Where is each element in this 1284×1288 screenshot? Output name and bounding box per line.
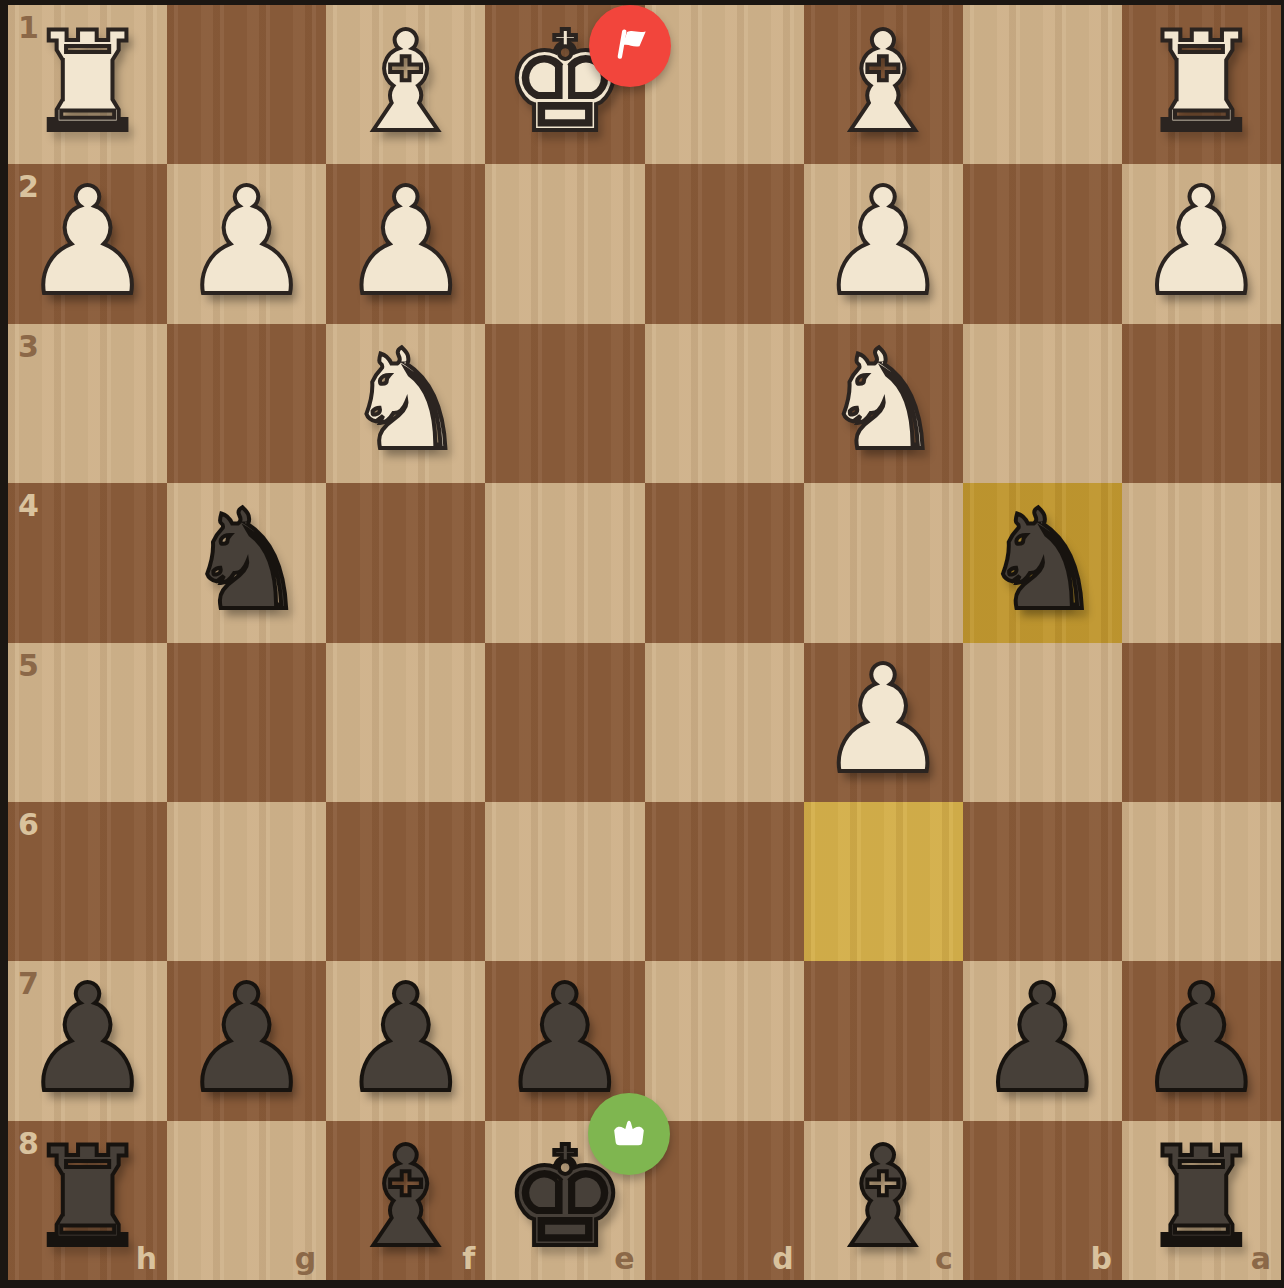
square-b7[interactable]: ♟ xyxy=(963,961,1122,1120)
square-d4[interactable] xyxy=(645,483,804,642)
square-g2[interactable]: ♟ xyxy=(167,164,326,323)
white-pawn-a2[interactable]: ♟ xyxy=(1135,168,1268,316)
square-g8[interactable]: g xyxy=(167,1121,326,1280)
black-knight-g4[interactable]: ♞ xyxy=(185,492,309,630)
square-f3[interactable]: ♞ xyxy=(326,324,485,483)
square-f7[interactable]: ♟ xyxy=(326,961,485,1120)
board-grid: 1♜♝♚♝♜2♟♟♟♟♟3♞♞4♞♞5♟67♟♟♟♟♟♟8h♜gf♝e♚dc♝b… xyxy=(8,5,1281,1280)
square-a1[interactable]: ♜ xyxy=(1122,5,1281,164)
square-a3[interactable] xyxy=(1122,324,1281,483)
square-f2[interactable]: ♟ xyxy=(326,164,485,323)
square-h1[interactable]: 1♜ xyxy=(8,5,167,164)
white-flag-icon xyxy=(607,23,653,69)
rank-label-6: 6 xyxy=(18,810,39,840)
square-h8[interactable]: 8h♜ xyxy=(8,1121,167,1280)
square-b5[interactable] xyxy=(963,643,1122,802)
square-g5[interactable] xyxy=(167,643,326,802)
file-label-g: g xyxy=(295,1244,316,1274)
rank-label-3: 3 xyxy=(18,332,39,362)
white-pawn-g2[interactable]: ♟ xyxy=(180,168,313,316)
square-d5[interactable] xyxy=(645,643,804,802)
file-label-b: b xyxy=(1090,1244,1111,1274)
white-pawn-h2[interactable]: ♟ xyxy=(21,168,154,316)
square-h3[interactable]: 3 xyxy=(8,324,167,483)
square-a4[interactable] xyxy=(1122,483,1281,642)
square-c5[interactable]: ♟ xyxy=(804,643,963,802)
rank-label-4: 4 xyxy=(18,491,39,521)
black-rook-a8[interactable]: ♜ xyxy=(1140,1129,1264,1267)
square-g1[interactable] xyxy=(167,5,326,164)
square-f8[interactable]: f♝ xyxy=(326,1121,485,1280)
white-knight-c3[interactable]: ♞ xyxy=(821,332,945,470)
square-h6[interactable]: 6 xyxy=(8,802,167,961)
white-bishop-c1[interactable]: ♝ xyxy=(821,14,945,152)
square-b8[interactable]: b xyxy=(963,1121,1122,1280)
square-g3[interactable] xyxy=(167,324,326,483)
square-g4[interactable]: ♞ xyxy=(167,483,326,642)
square-e5[interactable] xyxy=(485,643,644,802)
square-c4[interactable] xyxy=(804,483,963,642)
square-c3[interactable]: ♞ xyxy=(804,324,963,483)
black-bishop-c8[interactable]: ♝ xyxy=(821,1129,945,1267)
square-c7[interactable] xyxy=(804,961,963,1120)
black-knight-b4[interactable]: ♞ xyxy=(980,492,1104,630)
square-f5[interactable] xyxy=(326,643,485,802)
white-crown-icon xyxy=(605,1110,653,1158)
square-e4[interactable] xyxy=(485,483,644,642)
square-b4[interactable]: ♞ xyxy=(963,483,1122,642)
black-bishop-f8[interactable]: ♝ xyxy=(344,1129,468,1267)
square-c2[interactable]: ♟ xyxy=(804,164,963,323)
square-b1[interactable] xyxy=(963,5,1122,164)
black-pawn-h7[interactable]: ♟ xyxy=(21,965,154,1113)
square-a5[interactable] xyxy=(1122,643,1281,802)
square-f6[interactable] xyxy=(326,802,485,961)
square-e3[interactable] xyxy=(485,324,644,483)
square-g6[interactable] xyxy=(167,802,326,961)
black-pawn-a7[interactable]: ♟ xyxy=(1135,965,1268,1113)
square-b3[interactable] xyxy=(963,324,1122,483)
square-a2[interactable]: ♟ xyxy=(1122,164,1281,323)
square-h4[interactable]: 4 xyxy=(8,483,167,642)
square-h7[interactable]: 7♟ xyxy=(8,961,167,1120)
square-d3[interactable] xyxy=(645,324,804,483)
square-c8[interactable]: c♝ xyxy=(804,1121,963,1280)
black-pawn-g7[interactable]: ♟ xyxy=(180,965,313,1113)
chess-board: 1♜♝♚♝♜2♟♟♟♟♟3♞♞4♞♞5♟67♟♟♟♟♟♟8h♜gf♝e♚dc♝b… xyxy=(0,0,1284,1288)
white-knight-f3[interactable]: ♞ xyxy=(344,332,468,470)
black-rook-h8[interactable]: ♜ xyxy=(26,1129,150,1267)
square-e2[interactable] xyxy=(485,164,644,323)
black-pawn-f7[interactable]: ♟ xyxy=(339,965,472,1113)
file-label-d: d xyxy=(772,1244,793,1274)
white-rook-a1[interactable]: ♜ xyxy=(1140,14,1264,152)
square-b2[interactable] xyxy=(963,164,1122,323)
square-a7[interactable]: ♟ xyxy=(1122,961,1281,1120)
square-d7[interactable] xyxy=(645,961,804,1120)
white-bishop-f1[interactable]: ♝ xyxy=(344,14,468,152)
square-g7[interactable]: ♟ xyxy=(167,961,326,1120)
square-d1[interactable] xyxy=(645,5,804,164)
square-e6[interactable] xyxy=(485,802,644,961)
square-b6[interactable] xyxy=(963,802,1122,961)
game-result-flag-badge xyxy=(589,5,671,87)
white-pawn-c5[interactable]: ♟ xyxy=(817,646,950,794)
black-pawn-e7[interactable]: ♟ xyxy=(499,965,632,1113)
square-c6[interactable] xyxy=(804,802,963,961)
square-d6[interactable] xyxy=(645,802,804,961)
white-pawn-c2[interactable]: ♟ xyxy=(817,168,950,316)
square-h2[interactable]: 2♟ xyxy=(8,164,167,323)
game-result-crown-badge xyxy=(588,1093,670,1175)
rank-label-5: 5 xyxy=(18,651,39,681)
square-f1[interactable]: ♝ xyxy=(326,5,485,164)
white-rook-h1[interactable]: ♜ xyxy=(26,14,150,152)
square-a6[interactable] xyxy=(1122,802,1281,961)
square-c1[interactable]: ♝ xyxy=(804,5,963,164)
square-f4[interactable] xyxy=(326,483,485,642)
square-h5[interactable]: 5 xyxy=(8,643,167,802)
square-d2[interactable] xyxy=(645,164,804,323)
white-pawn-f2[interactable]: ♟ xyxy=(339,168,472,316)
black-pawn-b7[interactable]: ♟ xyxy=(976,965,1109,1113)
square-a8[interactable]: a♜ xyxy=(1122,1121,1281,1280)
